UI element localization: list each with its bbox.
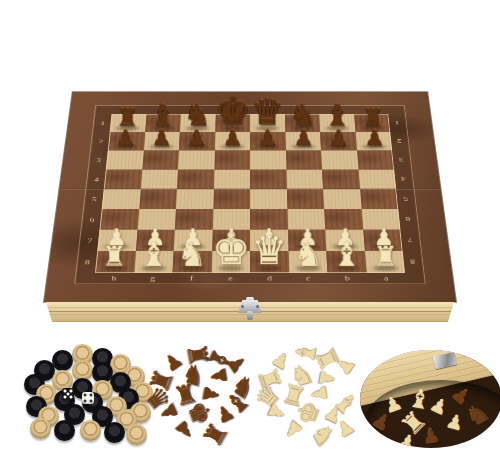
clasp-screw <box>241 305 244 308</box>
square-f4 <box>177 169 214 189</box>
metal-clasp <box>236 297 264 321</box>
dark-chessmen-pile-thumbnail: ♜♟♝♟♜♞♟♞♛♜♟♝♟♚♟♟♜ <box>146 340 258 462</box>
file-label-f: f <box>172 273 211 283</box>
square-c5 <box>287 189 325 209</box>
rank-label-right-8: 8 <box>403 251 423 273</box>
dark-pawn-h2: ♟ <box>108 127 143 149</box>
dark-pawn-f2: ♟ <box>179 127 214 149</box>
square-c4 <box>286 169 323 189</box>
white-die <box>82 392 94 404</box>
folded-box-interior-thumbnail: ♟♝♟♜♟♞♟♟♟♟ <box>360 350 500 450</box>
square-g5 <box>139 189 177 209</box>
wood-checker-disc <box>126 424 147 445</box>
square-d8: ♛ <box>250 251 289 273</box>
dark-pawn-e2: ♟ <box>215 127 250 149</box>
dark-pawn-d2: ♟ <box>250 127 285 149</box>
square-b3 <box>321 150 358 169</box>
dark-pawn-b2: ♟ <box>321 127 356 149</box>
square-d3 <box>250 150 286 169</box>
square-e4 <box>213 169 250 189</box>
square-e3 <box>214 150 250 169</box>
file-label-a: a <box>366 273 406 283</box>
square-a5 <box>360 189 399 209</box>
dark-pawn-g2: ♟ <box>144 127 179 149</box>
black-die <box>62 388 74 400</box>
dark-pawn-a2: ♟ <box>356 127 391 149</box>
light-knight-f8: ♞ <box>173 238 212 271</box>
file-label-d: d <box>250 273 289 283</box>
black-checker-disc <box>104 422 125 443</box>
square-g3 <box>142 150 179 169</box>
file-label-e: e <box>211 273 250 283</box>
light-queen-d8: ♛ <box>250 231 289 271</box>
board-frame: 1♜♝♞♚♛♞♝♜12♟♟♟♟♟♟♟♟2334455667♟♟♟♟♟♟♟♟78♜… <box>44 92 456 302</box>
chess-board: 1♜♝♞♚♛♞♝♜12♟♟♟♟♟♟♟♟2334455667♟♟♟♟♟♟♟♟78♜… <box>44 92 456 302</box>
file-label-g: g <box>133 273 173 283</box>
light-king-e8: ♚ <box>211 228 250 271</box>
square-f8: ♞ <box>173 251 212 273</box>
box-interior-photo: ♟♝♟♜♟♞♟♟♟♟ <box>360 350 500 448</box>
border-band <box>405 273 424 283</box>
light-piece-pawn: ♟ <box>395 430 419 448</box>
square-d2: ♟ <box>250 132 286 150</box>
product-photo: 1♜♝♞♚♛♞♝♜12♟♟♟♟♟♟♟♟2334455667♟♟♟♟♟♟♟♟78♜… <box>0 0 500 470</box>
light-rook-h8: ♜ <box>95 244 134 271</box>
rank-label-right-4: 4 <box>394 169 413 189</box>
rank-label-right-5: 5 <box>396 189 415 209</box>
square-g2: ♟ <box>143 132 180 150</box>
square-c3 <box>286 150 323 169</box>
square-e5 <box>213 189 250 209</box>
square-g4 <box>140 169 178 189</box>
square-d5 <box>250 189 287 209</box>
square-c8: ♞ <box>288 251 327 273</box>
square-g8: ♝ <box>134 251 174 273</box>
black-checker-disc <box>54 420 75 441</box>
clasp-hasp <box>247 311 253 320</box>
square-b2: ♟ <box>320 132 357 150</box>
square-b4 <box>322 169 360 189</box>
checkers-pile-thumbnail <box>22 342 158 464</box>
board-grid: 1♜♝♞♚♛♞♝♜12♟♟♟♟♟♟♟♟2334455667♟♟♟♟♟♟♟♟78♜… <box>76 106 424 283</box>
stored-pieces: ♟♝♟♜♟♞♟♟♟♟ <box>360 350 500 448</box>
square-a3 <box>357 150 395 169</box>
file-label-h: h <box>94 273 134 283</box>
square-b8: ♝ <box>326 251 366 273</box>
square-a8: ♜ <box>365 251 405 273</box>
square-h3 <box>106 150 144 169</box>
square-h2: ♟ <box>108 132 145 150</box>
rank-label-left-5: 5 <box>85 189 104 209</box>
square-c2: ♟ <box>285 132 321 150</box>
dark-piece-pawn: ♟ <box>208 365 231 386</box>
clasp-screw <box>256 305 259 308</box>
file-label-b: b <box>327 273 367 283</box>
dark-piece-pawn: ♟ <box>368 409 394 435</box>
rank-label-right-3: 3 <box>392 150 410 169</box>
square-e8: ♚ <box>211 251 250 273</box>
square-b5 <box>323 189 361 209</box>
square-h4 <box>104 169 142 189</box>
file-label-c: c <box>289 273 328 283</box>
square-f3 <box>178 150 215 169</box>
dark-piece-pawn: ♟ <box>420 425 441 448</box>
square-e2: ♟ <box>214 132 250 150</box>
square-f2: ♟ <box>179 132 215 150</box>
black-checker-disc <box>52 350 73 371</box>
light-knight-c8: ♞ <box>289 238 328 271</box>
square-d4 <box>250 169 287 189</box>
wood-checker-disc <box>30 418 51 439</box>
light-rook-a8: ♜ <box>366 244 405 271</box>
square-a2: ♟ <box>355 132 392 150</box>
square-h5 <box>102 189 141 209</box>
square-a4 <box>358 169 396 189</box>
square-h8: ♜ <box>95 251 135 273</box>
square-f5 <box>176 189 214 209</box>
rank-label-right-2: 2 <box>390 132 408 150</box>
wood-checker-disc <box>80 420 101 441</box>
light-bishop-g8: ♝ <box>134 238 173 271</box>
light-bishop-b8: ♝ <box>327 238 366 271</box>
border-band <box>76 273 95 283</box>
dark-pawn-c2: ♟ <box>285 127 320 149</box>
light-chessmen-pile-thumbnail: ♝♟♜♟♜♞♟♛♜♟♝♟♚♟♟♞♟ <box>252 340 356 462</box>
